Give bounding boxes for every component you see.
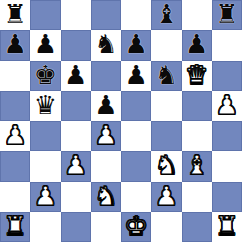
square-f3[interactable]: ♞ [151, 151, 181, 181]
piece-white-rook[interactable]: ♜ [215, 213, 238, 239]
piece-black-pawn[interactable]: ♟ [185, 31, 208, 57]
square-d6[interactable] [91, 61, 121, 91]
square-c4[interactable] [61, 121, 91, 151]
square-c3[interactable]: ♟ [61, 151, 91, 181]
piece-white-pawn[interactable]: ♟ [215, 92, 238, 118]
piece-white-queen[interactable]: ♛ [185, 62, 208, 88]
square-b1[interactable] [30, 212, 60, 242]
piece-black-pawn[interactable]: ♟ [3, 31, 26, 57]
square-f6[interactable]: ♞ [151, 61, 181, 91]
square-e5[interactable] [121, 91, 151, 121]
piece-white-pawn[interactable]: ♟ [64, 152, 87, 178]
piece-black-knight[interactable]: ♞ [155, 62, 178, 88]
square-c2[interactable] [61, 182, 91, 212]
square-g6[interactable]: ♛ [182, 61, 212, 91]
piece-black-pawn[interactable]: ♟ [34, 31, 57, 57]
square-f8[interactable]: ♝ [151, 0, 181, 30]
square-g2[interactable] [182, 182, 212, 212]
square-g7[interactable]: ♟ [182, 30, 212, 60]
square-d4[interactable]: ♟ [91, 121, 121, 151]
square-h2[interactable] [212, 182, 242, 212]
piece-black-rook[interactable]: ♜ [3, 1, 26, 27]
square-a4[interactable]: ♟ [0, 121, 30, 151]
piece-white-pawn[interactable]: ♟ [94, 122, 117, 148]
piece-black-rook[interactable]: ♜ [215, 1, 238, 27]
square-g3[interactable]: ♝ [182, 151, 212, 181]
piece-white-bishop[interactable]: ♝ [185, 152, 208, 178]
square-h3[interactable] [212, 151, 242, 181]
square-g1[interactable] [182, 212, 212, 242]
square-d8[interactable] [91, 0, 121, 30]
piece-white-pawn[interactable]: ♟ [3, 122, 26, 148]
square-f5[interactable] [151, 91, 181, 121]
square-c1[interactable] [61, 212, 91, 242]
square-g5[interactable] [182, 91, 212, 121]
square-b7[interactable]: ♟ [30, 30, 60, 60]
square-b5[interactable]: ♛ [30, 91, 60, 121]
square-f7[interactable] [151, 30, 181, 60]
square-a2[interactable] [0, 182, 30, 212]
piece-black-queen[interactable]: ♛ [34, 92, 57, 118]
piece-white-king[interactable]: ♚ [124, 213, 147, 239]
square-e4[interactable] [121, 121, 151, 151]
piece-white-pawn[interactable]: ♟ [155, 183, 178, 209]
square-b8[interactable] [30, 0, 60, 30]
piece-white-knight[interactable]: ♞ [94, 183, 117, 209]
square-d3[interactable] [91, 151, 121, 181]
piece-black-knight[interactable]: ♞ [94, 31, 117, 57]
square-c5[interactable] [61, 91, 91, 121]
square-e1[interactable]: ♚ [121, 212, 151, 242]
piece-white-pawn[interactable]: ♟ [34, 183, 57, 209]
piece-black-king[interactable]: ♚ [34, 62, 57, 88]
square-h6[interactable] [212, 61, 242, 91]
square-f4[interactable] [151, 121, 181, 151]
piece-white-rook[interactable]: ♜ [3, 213, 26, 239]
square-a8[interactable]: ♜ [0, 0, 30, 30]
square-d5[interactable]: ♟ [91, 91, 121, 121]
square-a7[interactable]: ♟ [0, 30, 30, 60]
square-e3[interactable] [121, 151, 151, 181]
square-d2[interactable]: ♞ [91, 182, 121, 212]
square-h5[interactable]: ♟ [212, 91, 242, 121]
square-b3[interactable] [30, 151, 60, 181]
square-b2[interactable]: ♟ [30, 182, 60, 212]
piece-white-knight[interactable]: ♞ [155, 152, 178, 178]
square-e8[interactable] [121, 0, 151, 30]
square-e6[interactable]: ♟ [121, 61, 151, 91]
square-h8[interactable]: ♜ [212, 0, 242, 30]
square-h7[interactable] [212, 30, 242, 60]
piece-black-pawn[interactable]: ♟ [124, 62, 147, 88]
square-h4[interactable] [212, 121, 242, 151]
square-a6[interactable] [0, 61, 30, 91]
square-b4[interactable] [30, 121, 60, 151]
square-c8[interactable] [61, 0, 91, 30]
square-c6[interactable]: ♟ [61, 61, 91, 91]
piece-black-pawn[interactable]: ♟ [94, 92, 117, 118]
square-f2[interactable]: ♟ [151, 182, 181, 212]
piece-black-pawn[interactable]: ♟ [124, 31, 147, 57]
square-f1[interactable] [151, 212, 181, 242]
square-h1[interactable]: ♜ [212, 212, 242, 242]
square-g4[interactable] [182, 121, 212, 151]
piece-black-pawn[interactable]: ♟ [64, 62, 87, 88]
square-a1[interactable]: ♜ [0, 212, 30, 242]
square-g8[interactable] [182, 0, 212, 30]
square-b6[interactable]: ♚ [30, 61, 60, 91]
square-c7[interactable] [61, 30, 91, 60]
square-d1[interactable] [91, 212, 121, 242]
square-e2[interactable] [121, 182, 151, 212]
square-d7[interactable]: ♞ [91, 30, 121, 60]
square-a5[interactable] [0, 91, 30, 121]
square-e7[interactable]: ♟ [121, 30, 151, 60]
square-a3[interactable] [0, 151, 30, 181]
chess-board: ♜♝♜♟♟♞♟♟♚♟♟♞♛♛♟♟♟♟♟♞♝♟♞♟♜♚♜ [0, 0, 242, 242]
piece-black-bishop[interactable]: ♝ [155, 1, 178, 27]
